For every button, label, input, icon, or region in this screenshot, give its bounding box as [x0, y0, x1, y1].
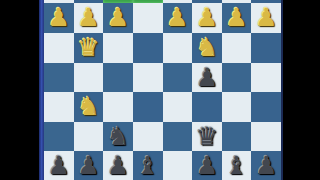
square-h4[interactable] [44, 63, 74, 93]
square-a6[interactable] [251, 122, 281, 152]
square-g5[interactable]: ♞ [74, 92, 104, 122]
square-h5[interactable] [44, 92, 74, 122]
white-pawn-f2[interactable]: ♟ [103, 3, 133, 33]
square-d2[interactable]: ♟ [163, 3, 193, 33]
square-e7[interactable]: ♝ [133, 151, 163, 180]
square-e6[interactable] [133, 122, 163, 152]
square-a3[interactable] [251, 33, 281, 63]
square-b2[interactable]: ♟ [222, 3, 252, 33]
square-g3[interactable]: ♛ [74, 33, 104, 63]
square-c4[interactable]: ♟ [192, 63, 222, 93]
square-h7[interactable]: ♟ [44, 151, 74, 180]
video-frame: ♟♟♟♟♟♟♟♛♞♟♞♞♛♟♟♟♝♟♝♟ [0, 0, 320, 180]
square-f5[interactable] [103, 92, 133, 122]
square-b7[interactable]: ♝ [222, 151, 252, 180]
square-g4[interactable] [74, 63, 104, 93]
black-pawn-f7[interactable]: ♟ [103, 151, 133, 180]
square-h2[interactable]: ♟ [44, 3, 74, 33]
square-a7[interactable]: ♟ [251, 151, 281, 180]
square-h6[interactable] [44, 122, 74, 152]
white-queen-g3[interactable]: ♛ [74, 33, 104, 63]
square-b5[interactable] [222, 92, 252, 122]
square-e3[interactable] [133, 33, 163, 63]
square-d5[interactable] [163, 92, 193, 122]
square-g6[interactable] [74, 122, 104, 152]
black-pawn-c4[interactable]: ♟ [192, 63, 222, 93]
square-e5[interactable] [133, 92, 163, 122]
white-knight-c3[interactable]: ♞ [192, 33, 222, 63]
square-b4[interactable] [222, 63, 252, 93]
square-e4[interactable] [133, 63, 163, 93]
square-g7[interactable]: ♟ [74, 151, 104, 180]
square-a5[interactable] [251, 92, 281, 122]
black-pawn-h7[interactable]: ♟ [44, 151, 74, 180]
black-queen-c6[interactable]: ♛ [192, 122, 222, 152]
white-pawn-b2[interactable]: ♟ [222, 3, 252, 33]
square-c2[interactable]: ♟ [192, 3, 222, 33]
white-pawn-c2[interactable]: ♟ [192, 3, 222, 33]
square-d6[interactable] [163, 122, 193, 152]
square-f3[interactable] [103, 33, 133, 63]
white-pawn-g2[interactable]: ♟ [74, 3, 104, 33]
square-b3[interactable] [222, 33, 252, 63]
letterbox-left [0, 0, 39, 180]
square-g2[interactable]: ♟ [74, 3, 104, 33]
letterbox-right [283, 0, 320, 180]
square-c6[interactable]: ♛ [192, 122, 222, 152]
square-f2[interactable]: ♟ [103, 3, 133, 33]
square-a2[interactable]: ♟ [251, 3, 281, 33]
black-knight-f6[interactable]: ♞ [103, 122, 133, 152]
black-pawn-c7[interactable]: ♟ [192, 151, 222, 180]
black-bishop-e7[interactable]: ♝ [133, 151, 163, 180]
square-c3[interactable]: ♞ [192, 33, 222, 63]
square-c7[interactable]: ♟ [192, 151, 222, 180]
square-e2[interactable] [133, 3, 163, 33]
square-a4[interactable] [251, 63, 281, 93]
white-pawn-d2[interactable]: ♟ [163, 3, 193, 33]
black-bishop-b7[interactable]: ♝ [222, 151, 252, 180]
square-f4[interactable] [103, 63, 133, 93]
square-d4[interactable] [163, 63, 193, 93]
black-pawn-a7[interactable]: ♟ [251, 151, 281, 180]
square-h3[interactable] [44, 33, 74, 63]
white-knight-g5[interactable]: ♞ [74, 92, 104, 122]
square-f6[interactable]: ♞ [103, 122, 133, 152]
black-pawn-g7[interactable]: ♟ [74, 151, 104, 180]
square-d3[interactable] [163, 33, 193, 63]
chess-board[interactable]: ♟♟♟♟♟♟♟♛♞♟♞♞♛♟♟♟♝♟♝♟ [44, 0, 281, 180]
square-d7[interactable] [163, 151, 193, 180]
square-b6[interactable] [222, 122, 252, 152]
white-pawn-a2[interactable]: ♟ [251, 3, 281, 33]
square-c5[interactable] [192, 92, 222, 122]
white-pawn-h2[interactable]: ♟ [44, 3, 74, 33]
window-border-left [39, 0, 44, 180]
square-f7[interactable]: ♟ [103, 151, 133, 180]
